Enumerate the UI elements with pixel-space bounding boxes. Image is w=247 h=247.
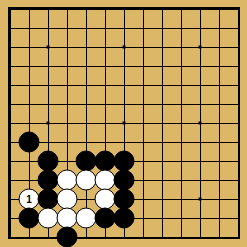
grid-cell (67, 123, 86, 142)
move-number-label: 1 (26, 194, 32, 204)
black-stone (38, 189, 59, 210)
grid-cell (181, 180, 200, 199)
grid-cell (10, 104, 29, 123)
grid-cell (124, 85, 143, 104)
grid-cell (29, 9, 48, 28)
grid-cell (143, 85, 162, 104)
grid-cell (181, 218, 200, 237)
grid-cell (86, 47, 105, 66)
grid-cell (29, 85, 48, 104)
grid-cell (181, 199, 200, 218)
go-board-grid: 1 (8, 7, 240, 239)
grid-cell (86, 123, 105, 142)
star-point (199, 46, 202, 49)
grid-cell (162, 180, 181, 199)
grid-cell (105, 104, 124, 123)
grid-cell (143, 66, 162, 85)
grid-cell (162, 123, 181, 142)
grid-cell (200, 218, 219, 237)
grid-cell (67, 28, 86, 47)
black-stone (38, 151, 59, 172)
star-point (123, 46, 126, 49)
grid-cell (124, 47, 143, 66)
black-stone (95, 151, 116, 172)
grid-cell (67, 104, 86, 123)
grid-cell (29, 104, 48, 123)
black-stone (19, 132, 40, 153)
grid-cell (124, 104, 143, 123)
grid-cell (181, 9, 200, 28)
grid-cell (181, 28, 200, 47)
white-stone (57, 189, 78, 210)
grid-cell (219, 9, 238, 28)
grid-cell (181, 142, 200, 161)
grid-cell (143, 47, 162, 66)
white-stone (76, 208, 97, 229)
grid-cell (200, 142, 219, 161)
grid-cell (10, 85, 29, 104)
star-point (199, 122, 202, 125)
grid-cell (219, 142, 238, 161)
grid-cell (105, 85, 124, 104)
grid-cell (162, 9, 181, 28)
grid-cell (200, 104, 219, 123)
grid-cell (162, 218, 181, 237)
star-point (47, 46, 50, 49)
grid-cell (48, 85, 67, 104)
go-board-diagram: 1 (0, 0, 247, 247)
grid-cell (143, 142, 162, 161)
grid-cell (143, 199, 162, 218)
grid-cell (105, 66, 124, 85)
grid-cell (105, 28, 124, 47)
grid-cell (200, 9, 219, 28)
grid-cell (67, 85, 86, 104)
white-stone (38, 208, 59, 229)
grid-cell (10, 161, 29, 180)
grid-cell (200, 47, 219, 66)
grid-cell (105, 123, 124, 142)
grid-cell (10, 66, 29, 85)
grid-cell (200, 123, 219, 142)
grid-cell (29, 28, 48, 47)
star-point (47, 122, 50, 125)
grid-cell (10, 47, 29, 66)
grid-cell (86, 85, 105, 104)
grid-cell (143, 28, 162, 47)
star-point (199, 198, 202, 201)
white-stone (57, 208, 78, 229)
grid-cell (48, 66, 67, 85)
grid-cell (86, 28, 105, 47)
grid-cell (162, 47, 181, 66)
grid-cell (162, 142, 181, 161)
grid-cell (219, 66, 238, 85)
grid-cell (219, 104, 238, 123)
grid-cell (48, 47, 67, 66)
grid-cell (162, 85, 181, 104)
grid-cell (143, 104, 162, 123)
grid-cell (48, 104, 67, 123)
grid-cell (162, 28, 181, 47)
grid-cell (200, 199, 219, 218)
grid-cell (124, 28, 143, 47)
grid-cell (219, 180, 238, 199)
black-stone (57, 227, 78, 247)
black-stone (114, 170, 135, 191)
grid-cell (124, 66, 143, 85)
grid-cell (48, 123, 67, 142)
grid-cell (219, 161, 238, 180)
grid-cell (200, 66, 219, 85)
grid-cell (181, 85, 200, 104)
white-stone (95, 170, 116, 191)
black-stone (76, 151, 97, 172)
grid-cell (86, 66, 105, 85)
grid-cell (10, 9, 29, 28)
grid-cell (219, 47, 238, 66)
grid-cell (105, 47, 124, 66)
grid-cell (181, 47, 200, 66)
grid-cell (162, 66, 181, 85)
black-stone (114, 208, 135, 229)
white-stone (57, 170, 78, 191)
black-stone (38, 170, 59, 191)
grid-cell (200, 28, 219, 47)
grid-cell (181, 104, 200, 123)
grid-cell (29, 66, 48, 85)
grid-cell (29, 47, 48, 66)
grid-cell (143, 9, 162, 28)
grid-cell (162, 104, 181, 123)
grid-cell (219, 123, 238, 142)
grid-cell (181, 123, 200, 142)
grid-cell (219, 218, 238, 237)
grid-cell (143, 180, 162, 199)
grid-cell (10, 28, 29, 47)
white-stone: 1 (19, 189, 40, 210)
grid-cell (143, 161, 162, 180)
grid-cell (181, 66, 200, 85)
grid-cell (219, 199, 238, 218)
grid-cell (48, 9, 67, 28)
grid-cell (86, 9, 105, 28)
black-stone (114, 151, 135, 172)
white-stone (76, 170, 97, 191)
grid-cell (67, 47, 86, 66)
grid-cell (219, 28, 238, 47)
star-point (123, 122, 126, 125)
grid-cell (143, 123, 162, 142)
black-stone (95, 208, 116, 229)
black-stone (114, 189, 135, 210)
white-stone (95, 189, 116, 210)
grid-cell (162, 199, 181, 218)
grid-cell (67, 66, 86, 85)
grid-cell (143, 218, 162, 237)
grid-cell (200, 85, 219, 104)
grid-cell (162, 161, 181, 180)
grid-cell (124, 123, 143, 142)
grid-cell (86, 104, 105, 123)
grid-cell (124, 9, 143, 28)
grid-cell (200, 161, 219, 180)
grid-cell (219, 85, 238, 104)
grid-cell (67, 9, 86, 28)
grid-cell (105, 9, 124, 28)
grid-cell (181, 161, 200, 180)
grid-cell (200, 180, 219, 199)
grid-cell (48, 28, 67, 47)
black-stone (19, 208, 40, 229)
